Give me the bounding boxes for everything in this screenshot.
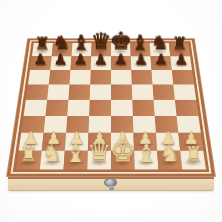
square-g6 [151, 70, 173, 85]
square-d5 [90, 84, 111, 99]
piece-black-pawn: ♟ [155, 52, 169, 66]
piece-white-king: ♚ [110, 137, 136, 165]
piece-black-pawn: ♟ [54, 52, 68, 66]
piece-black-pawn: ♟ [134, 52, 148, 66]
square-a6 [28, 70, 50, 85]
square-c4 [67, 100, 89, 116]
square-h6 [172, 70, 194, 85]
square-h5 [173, 84, 196, 99]
piece-white-rook: ♜ [19, 145, 37, 165]
board-side-edge [8, 177, 214, 191]
square-a5 [26, 84, 49, 99]
board-pinstripe-border: ♜♞♝♛♚♝♞♜♟♟♟♟♟♟♟♟♟♟♟♟♟♟♟♟♜♞♝♛♚♝♞♜ [10, 40, 211, 173]
piece-black-pawn: ♟ [175, 52, 189, 66]
square-a4 [24, 100, 48, 116]
square-h1: ♜ [180, 151, 206, 170]
square-e4 [111, 100, 133, 116]
product-photo: ♜♞♝♛♚♝♞♜♟♟♟♟♟♟♟♟♟♟♟♟♟♟♟♟♜♞♝♛♚♝♞♜ [0, 0, 222, 222]
square-e1: ♚ [111, 151, 135, 170]
chess-board: ♜♞♝♛♚♝♞♜♟♟♟♟♟♟♟♟♟♟♟♟♟♟♟♟♜♞♝♛♚♝♞♜ [6, 38, 216, 177]
square-f4 [132, 100, 154, 116]
piece-black-king: ♚ [110, 30, 132, 53]
board-frame: ♜♞♝♛♚♝♞♜♟♟♟♟♟♟♟♟♟♟♟♟♟♟♟♟♜♞♝♛♚♝♞♜ [6, 38, 216, 177]
square-d4 [89, 100, 111, 116]
square-e7: ♟ [111, 56, 131, 70]
square-g7: ♟ [151, 56, 172, 70]
square-h7: ♟ [170, 56, 192, 70]
piece-black-pawn: ♟ [94, 52, 108, 66]
clasp-tab [109, 186, 114, 190]
square-f1: ♝ [134, 151, 158, 170]
square-f5 [132, 84, 154, 99]
square-h4 [175, 100, 199, 116]
square-c7: ♟ [71, 56, 92, 70]
square-a7: ♟ [30, 56, 52, 70]
square-d6 [90, 70, 111, 85]
square-g1: ♞ [157, 151, 182, 170]
piece-black-pawn: ♟ [74, 52, 88, 66]
piece-white-knight: ♞ [159, 143, 180, 165]
piece-black-pawn: ♟ [34, 52, 48, 66]
square-c1: ♝ [64, 151, 88, 170]
square-b6 [49, 70, 71, 85]
square-b1: ♞ [40, 151, 65, 170]
square-a1: ♜ [16, 151, 42, 170]
square-b5 [47, 84, 69, 99]
square-d7: ♟ [91, 56, 111, 70]
square-c5 [68, 84, 90, 99]
square-f7: ♟ [131, 56, 152, 70]
piece-black-pawn: ♟ [114, 52, 128, 66]
piece-white-knight: ♞ [41, 143, 62, 165]
square-g5 [153, 84, 175, 99]
square-e5 [111, 84, 132, 99]
square-g4 [154, 100, 177, 116]
square-b7: ♟ [50, 56, 71, 70]
square-f6 [131, 70, 152, 85]
square-c6 [69, 70, 90, 85]
piece-white-bishop: ♝ [135, 142, 157, 165]
piece-white-queen: ♛ [87, 139, 112, 165]
board-grid: ♜♞♝♛♚♝♞♜♟♟♟♟♟♟♟♟♟♟♟♟♟♟♟♟♜♞♝♛♚♝♞♜ [16, 43, 206, 170]
square-d1: ♛ [87, 151, 111, 170]
square-b4 [45, 100, 68, 116]
piece-white-bishop: ♝ [65, 142, 87, 165]
square-e6 [111, 70, 132, 85]
piece-white-rook: ♜ [184, 145, 202, 165]
